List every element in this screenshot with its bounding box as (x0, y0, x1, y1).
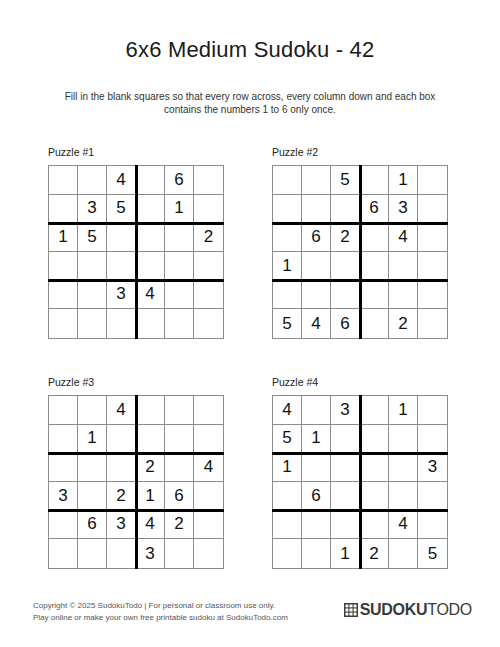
sudoku-cell-empty (360, 309, 389, 338)
sudoku-cell-empty (136, 396, 165, 425)
sudoku-cell-empty (107, 425, 136, 454)
sudoku-cell-given: 4 (302, 309, 331, 338)
sudoku-cell-empty (418, 425, 447, 454)
sudoku-cell-empty (331, 482, 360, 511)
sudoku-cell-empty (302, 281, 331, 310)
sudoku-cell-empty (78, 396, 107, 425)
puzzle-3-label: Puzzle #3 (48, 376, 224, 388)
puzzle-3: Puzzle #3 4124321663423 (48, 376, 224, 569)
box-border-horizontal-2 (48, 509, 224, 512)
sudoku-cell-empty (165, 453, 194, 482)
sudoku-cell-empty (49, 539, 78, 568)
sudoku-cell-empty (49, 453, 78, 482)
sudoku-cell-empty (136, 195, 165, 224)
sudoku-cell-empty (194, 425, 223, 454)
sudoku-cell-empty (302, 511, 331, 540)
sudoku-cell-given: 2 (360, 539, 389, 568)
box-border-horizontal-1 (48, 452, 224, 455)
sudoku-cell-given: 2 (136, 453, 165, 482)
sudoku-cell-empty (331, 281, 360, 310)
sudoku-cell-given: 3 (418, 453, 447, 482)
printable-sudoku-page: 6x6 Medium Sudoku - 42 Fill in the blank… (0, 0, 500, 647)
sudoku-cell-given: 2 (389, 309, 418, 338)
sudoku-cell-empty (360, 281, 389, 310)
sudoku-cell-empty (360, 166, 389, 195)
copyright-text: Copyright © 2025 SudokuTodo | For person… (33, 600, 288, 623)
sudoku-cell-empty (360, 396, 389, 425)
sudoku-cell-given: 1 (165, 195, 194, 224)
sudoku-cell-empty (49, 166, 78, 195)
sudoku-cell-empty (107, 309, 136, 338)
sudoku-cell-empty (273, 281, 302, 310)
sudoku-cell-given: 6 (302, 482, 331, 511)
page-footer: Copyright © 2025 SudokuTodo | For person… (33, 600, 472, 623)
puzzle-2-label: Puzzle #2 (272, 146, 448, 158)
sudoku-grid-4: 431511364125 (272, 395, 448, 569)
sudoku-grid-icon (344, 603, 360, 617)
sudoku-grid-1: 4635115234 (48, 165, 224, 339)
sudoku-cell-given: 1 (331, 539, 360, 568)
copyright-line-1: Copyright © 2025 SudokuTodo | For person… (33, 600, 288, 612)
sudoku-cell-given: 1 (389, 396, 418, 425)
sudoku-cell-empty (49, 195, 78, 224)
sudoku-cell-given: 5 (418, 539, 447, 568)
sudoku-cell-empty (136, 252, 165, 281)
sudoku-cell-empty (194, 166, 223, 195)
sudoku-cell-empty (165, 309, 194, 338)
sudoku-cell-given: 2 (194, 223, 223, 252)
sudoku-cell-given: 1 (273, 252, 302, 281)
sudoku-cell-given: 4 (136, 511, 165, 540)
sudoku-cell-empty (136, 309, 165, 338)
sudoku-cell-empty (418, 281, 447, 310)
sudoku-cell-empty (302, 252, 331, 281)
sudoku-cell-empty (78, 309, 107, 338)
box-border-vertical (359, 395, 362, 569)
sudoku-cell-empty (165, 252, 194, 281)
sudoku-cell-empty (78, 453, 107, 482)
sudoku-cell-given: 6 (302, 223, 331, 252)
sudoku-grid-2: 516362415462 (272, 165, 448, 339)
sudoku-cell-empty (389, 539, 418, 568)
logo-text-sudoku: SUDOKU (360, 601, 428, 618)
sudoku-cell-given: 3 (389, 195, 418, 224)
sudoku-cell-empty (389, 281, 418, 310)
sudoku-cell-empty (49, 252, 78, 281)
sudoku-cell-given: 6 (78, 511, 107, 540)
sudoku-cell-empty (331, 425, 360, 454)
sudoku-cell-empty (302, 195, 331, 224)
box-border-vertical (135, 395, 138, 569)
sudoku-cell-empty (418, 396, 447, 425)
sudoku-cell-empty (78, 539, 107, 568)
sudoku-cell-empty (331, 195, 360, 224)
sudoku-cell-empty (194, 482, 223, 511)
sudokutodo-logo: SUDOKUTODO (344, 601, 472, 619)
box-border-vertical (135, 165, 138, 339)
sudoku-cell-empty (273, 166, 302, 195)
sudoku-cell-empty (360, 511, 389, 540)
puzzle-4: Puzzle #4 431511364125 (272, 376, 448, 569)
sudoku-cell-empty (136, 166, 165, 195)
box-border-horizontal-2 (272, 279, 448, 282)
sudoku-cell-empty (273, 482, 302, 511)
box-border-horizontal-2 (272, 509, 448, 512)
sudoku-cell-given: 1 (78, 425, 107, 454)
sudoku-cell-empty (331, 252, 360, 281)
sudoku-cell-given: 3 (136, 539, 165, 568)
sudoku-cell-empty (360, 425, 389, 454)
sudoku-cell-empty (165, 223, 194, 252)
sudoku-cell-empty (49, 309, 78, 338)
sudoku-cell-empty (389, 252, 418, 281)
sudoku-cell-given: 5 (331, 166, 360, 195)
sudoku-cell-given: 5 (78, 223, 107, 252)
sudoku-cell-given: 1 (49, 223, 78, 252)
sudoku-cell-empty (273, 195, 302, 224)
sudoku-cell-empty (273, 539, 302, 568)
box-border-vertical (359, 165, 362, 339)
sudoku-cell-given: 4 (389, 511, 418, 540)
sudoku-cell-empty (302, 166, 331, 195)
sudoku-cell-empty (194, 281, 223, 310)
sudoku-cell-empty (360, 453, 389, 482)
sudoku-cell-given: 5 (273, 309, 302, 338)
sudoku-cell-empty (418, 511, 447, 540)
sudoku-cell-empty (49, 281, 78, 310)
sudoku-cell-empty (194, 309, 223, 338)
puzzle-2: Puzzle #2 516362415462 (272, 146, 448, 339)
sudoku-cell-empty (273, 511, 302, 540)
sudoku-cell-empty (302, 396, 331, 425)
sudoku-cell-empty (136, 223, 165, 252)
sudoku-cell-given: 2 (107, 482, 136, 511)
sudoku-cell-given: 1 (302, 425, 331, 454)
sudoku-cell-empty (78, 166, 107, 195)
sudoku-cell-empty (418, 252, 447, 281)
sudoku-cell-empty (78, 482, 107, 511)
sudoku-cell-given: 1 (136, 482, 165, 511)
sudoku-cell-empty (418, 195, 447, 224)
sudoku-cell-given: 4 (136, 281, 165, 310)
sudoku-cell-given: 4 (107, 166, 136, 195)
logo-text: SUDOKUTODO (360, 601, 472, 619)
sudoku-cell-empty (78, 252, 107, 281)
sudoku-cell-empty (49, 396, 78, 425)
sudoku-cell-empty (165, 396, 194, 425)
box-border-horizontal-1 (48, 222, 224, 225)
sudoku-cell-empty (194, 396, 223, 425)
sudoku-cell-empty (360, 223, 389, 252)
sudoku-cell-empty (107, 453, 136, 482)
sudoku-cell-empty (136, 425, 165, 454)
box-border-horizontal-1 (272, 452, 448, 455)
sudoku-cell-empty (360, 482, 389, 511)
sudoku-grid-3: 4124321663423 (48, 395, 224, 569)
logo-text-todo: TODO (427, 601, 472, 618)
sudoku-cell-empty (49, 511, 78, 540)
sudoku-cell-empty (389, 453, 418, 482)
sudoku-cell-given: 4 (389, 223, 418, 252)
sudoku-cell-given: 4 (107, 396, 136, 425)
sudoku-cell-empty (418, 482, 447, 511)
sudoku-cell-given: 3 (49, 482, 78, 511)
sudoku-cell-given: 1 (273, 453, 302, 482)
puzzle-1-label: Puzzle #1 (48, 146, 224, 158)
sudoku-cell-empty (194, 195, 223, 224)
sudoku-cell-given: 3 (78, 195, 107, 224)
sudoku-cell-empty (107, 223, 136, 252)
sudoku-cell-given: 3 (107, 511, 136, 540)
sudoku-cell-given: 5 (273, 425, 302, 454)
sudoku-cell-empty (331, 511, 360, 540)
sudoku-cell-empty (194, 511, 223, 540)
puzzle-4-label: Puzzle #4 (272, 376, 448, 388)
sudoku-cell-empty (331, 453, 360, 482)
box-border-horizontal-2 (48, 279, 224, 282)
sudoku-cell-given: 3 (107, 281, 136, 310)
sudoku-cell-given: 6 (331, 309, 360, 338)
sudoku-cell-given: 1 (389, 166, 418, 195)
sudoku-cell-empty (78, 281, 107, 310)
sudoku-cell-empty (273, 223, 302, 252)
sudoku-cell-empty (165, 425, 194, 454)
sudoku-cell-empty (389, 482, 418, 511)
sudoku-cell-given: 2 (165, 511, 194, 540)
sudoku-cell-empty (418, 223, 447, 252)
sudoku-cell-empty (418, 166, 447, 195)
sudoku-cell-empty (302, 539, 331, 568)
sudoku-cell-empty (107, 252, 136, 281)
sudoku-cell-empty (418, 309, 447, 338)
sudoku-cell-given: 6 (360, 195, 389, 224)
page-title: 6x6 Medium Sudoku - 42 (0, 36, 500, 64)
sudoku-cell-empty (165, 539, 194, 568)
sudoku-cell-empty (302, 453, 331, 482)
sudoku-cell-given: 5 (107, 195, 136, 224)
sudoku-cell-given: 2 (331, 223, 360, 252)
copyright-line-2: Play online or make your own free printa… (33, 612, 288, 624)
sudoku-cell-given: 6 (165, 482, 194, 511)
sudoku-cell-empty (194, 252, 223, 281)
puzzle-1: Puzzle #1 4635115234 (48, 146, 224, 339)
sudoku-cell-empty (165, 281, 194, 310)
sudoku-cell-empty (107, 539, 136, 568)
instructions-text: Fill in the blank squares so that every … (58, 91, 442, 116)
sudoku-cell-empty (389, 425, 418, 454)
sudoku-cell-given: 4 (194, 453, 223, 482)
sudoku-cell-given: 3 (331, 396, 360, 425)
box-border-horizontal-1 (272, 222, 448, 225)
sudoku-cell-empty (49, 425, 78, 454)
sudoku-cell-given: 4 (273, 396, 302, 425)
sudoku-cell-given: 6 (165, 166, 194, 195)
sudoku-cell-empty (194, 539, 223, 568)
sudoku-cell-empty (360, 252, 389, 281)
